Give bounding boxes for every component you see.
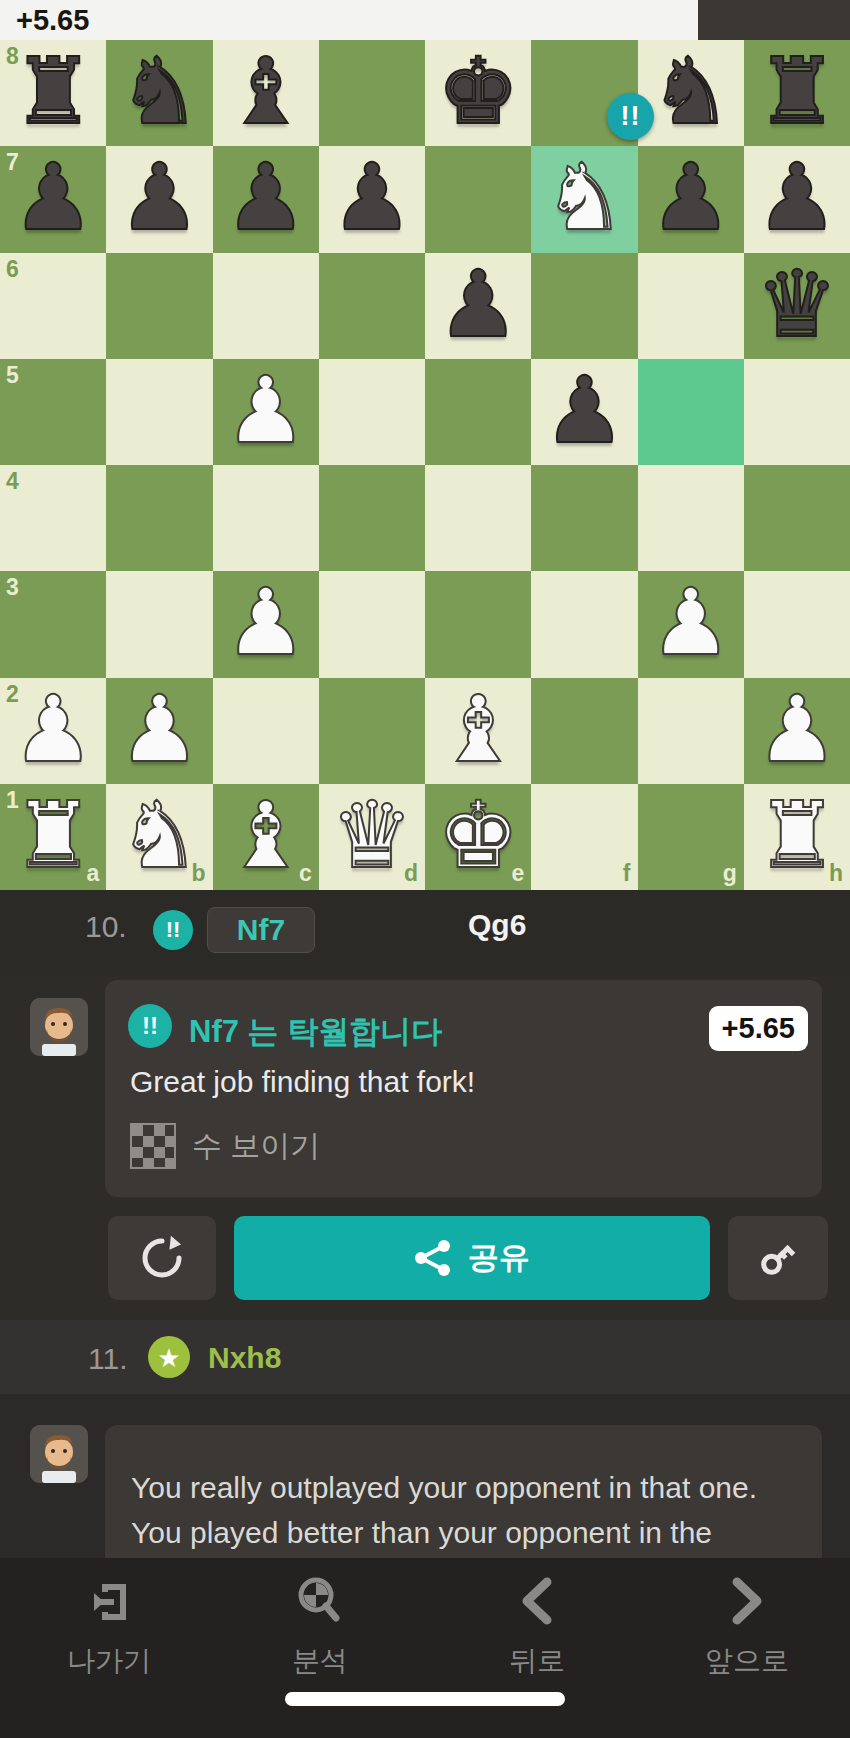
coach-avatar bbox=[30, 998, 88, 1056]
square-e7[interactable] bbox=[425, 146, 531, 252]
nav-back-button[interactable]: 뒤로 bbox=[457, 1570, 617, 1680]
coach-comment-text: Great job finding that fork! bbox=[130, 1065, 475, 1099]
black-pawn-f5[interactable]: ♟ bbox=[531, 359, 637, 465]
square-f7[interactable]: ♞ bbox=[531, 146, 637, 252]
brilliant-icon: !! bbox=[128, 1004, 172, 1048]
white-pawn-c3[interactable]: ♟ bbox=[213, 571, 319, 677]
square-a2[interactable]: 2♟ bbox=[0, 678, 106, 784]
brilliant-icon: !! bbox=[153, 910, 193, 950]
square-e2[interactable]: ♝ bbox=[425, 678, 531, 784]
rank-label-5: 5 bbox=[6, 362, 19, 389]
share-icon bbox=[414, 1239, 452, 1277]
bottom-navbar: 나가기 분석 뒤로 bbox=[0, 1558, 850, 1738]
black-queen-h6[interactable]: ♛ bbox=[744, 253, 850, 359]
black-pawn-d7[interactable]: ♟ bbox=[319, 146, 425, 252]
black-bishop-c8[interactable]: ♝ bbox=[213, 40, 319, 146]
file-label-g: g bbox=[723, 860, 737, 887]
move-number-10: 10. bbox=[85, 910, 127, 944]
rank-label-4: 4 bbox=[6, 468, 19, 495]
checkerboard-icon bbox=[130, 1123, 176, 1169]
analysis-icon bbox=[289, 1570, 351, 1632]
square-e4[interactable] bbox=[425, 465, 531, 571]
white-rook-a1[interactable]: ♜ bbox=[0, 784, 106, 890]
square-c7[interactable]: ♟ bbox=[213, 146, 319, 252]
share-label: 공유 bbox=[468, 1237, 530, 1279]
square-g6[interactable] bbox=[638, 253, 744, 359]
square-d5[interactable] bbox=[319, 359, 425, 465]
square-b6[interactable] bbox=[106, 253, 212, 359]
square-d8[interactable] bbox=[319, 40, 425, 146]
nav-analysis-button[interactable]: 분석 bbox=[240, 1570, 400, 1680]
black-king-e8[interactable]: ♚ bbox=[425, 40, 531, 146]
summary-section: You really outplayed your opponent in th… bbox=[0, 1394, 850, 1558]
square-h3[interactable] bbox=[744, 571, 850, 677]
square-d3[interactable] bbox=[319, 571, 425, 677]
square-a6[interactable]: 6 bbox=[0, 253, 106, 359]
square-e1[interactable]: e♚ bbox=[425, 784, 531, 890]
retry-button[interactable] bbox=[108, 1216, 216, 1300]
move-black-qg6[interactable]: Qg6 bbox=[468, 908, 526, 942]
square-g3[interactable]: ♟ bbox=[638, 571, 744, 677]
summary-card: You really outplayed your opponent in th… bbox=[105, 1425, 822, 1558]
key-icon bbox=[756, 1236, 800, 1280]
home-indicator[interactable] bbox=[285, 1692, 565, 1706]
square-h7[interactable]: ♟ bbox=[744, 146, 850, 252]
square-h4[interactable] bbox=[744, 465, 850, 571]
square-f5[interactable]: ♟ bbox=[531, 359, 637, 465]
rank-label-3: 3 bbox=[6, 574, 19, 601]
square-e8[interactable]: ♚ bbox=[425, 40, 531, 146]
square-c8[interactable]: ♝ bbox=[213, 40, 319, 146]
square-c5[interactable]: ♟ bbox=[213, 359, 319, 465]
square-c6[interactable] bbox=[213, 253, 319, 359]
square-e6[interactable]: ♟ bbox=[425, 253, 531, 359]
square-b2[interactable]: ♟ bbox=[106, 678, 212, 784]
square-a7[interactable]: 7♟ bbox=[0, 146, 106, 252]
file-label-f: f bbox=[623, 860, 631, 887]
rank-label-6: 6 bbox=[6, 256, 19, 283]
eval-score: +5.65 bbox=[0, 4, 89, 37]
white-bishop-e2[interactable]: ♝ bbox=[425, 678, 531, 784]
black-rook-a8[interactable]: ♜ bbox=[0, 40, 106, 146]
square-b8[interactable]: ♞ bbox=[106, 40, 212, 146]
move-row-11 bbox=[0, 1320, 850, 1394]
square-d6[interactable] bbox=[319, 253, 425, 359]
black-pawn-e6[interactable]: ♟ bbox=[425, 253, 531, 359]
back-icon bbox=[506, 1570, 568, 1632]
retry-icon bbox=[139, 1235, 185, 1281]
white-bishop-c1[interactable]: ♝ bbox=[213, 784, 319, 890]
white-pawn-a2[interactable]: ♟ bbox=[0, 678, 106, 784]
square-a4[interactable]: 4 bbox=[0, 465, 106, 571]
square-b3[interactable] bbox=[106, 571, 212, 677]
black-pawn-b7[interactable]: ♟ bbox=[106, 146, 212, 252]
square-h1[interactable]: h♜ bbox=[744, 784, 850, 890]
square-b1[interactable]: b♞ bbox=[106, 784, 212, 890]
white-pawn-g3[interactable]: ♟ bbox=[638, 571, 744, 677]
show-moves-label: 수 보이기 bbox=[192, 1126, 320, 1167]
square-g8[interactable]: ♞ bbox=[638, 40, 744, 146]
white-pawn-b2[interactable]: ♟ bbox=[106, 678, 212, 784]
move-number-11: 11. bbox=[88, 1342, 127, 1376]
coach-comment-section: !! Nf7 는 탁월합니다 +5.65 Great job finding t… bbox=[0, 976, 850, 1320]
white-queen-d1[interactable]: ♛ bbox=[319, 784, 425, 890]
black-pawn-g7[interactable]: ♟ bbox=[638, 146, 744, 252]
eval-badge: +5.65 bbox=[709, 1006, 808, 1051]
white-knight-b1[interactable]: ♞ bbox=[106, 784, 212, 890]
square-h6[interactable]: ♛ bbox=[744, 253, 850, 359]
move-white-nf7[interactable]: Nf7 bbox=[207, 907, 315, 953]
square-a8[interactable]: 8♜ bbox=[0, 40, 106, 146]
square-g7[interactable]: ♟ bbox=[638, 146, 744, 252]
move-white-nxh8[interactable]: Nxh8 bbox=[208, 1341, 281, 1375]
move-quality-headline: Nf7 는 탁월합니다 bbox=[189, 1011, 442, 1053]
nav-exit-button[interactable]: 나가기 bbox=[29, 1570, 189, 1680]
square-d2[interactable] bbox=[319, 678, 425, 784]
forward-icon bbox=[716, 1570, 778, 1632]
black-knight-g8[interactable]: ♞ bbox=[638, 40, 744, 146]
black-knight-b8[interactable]: ♞ bbox=[106, 40, 212, 146]
nav-forward-button[interactable]: 앞으로 bbox=[667, 1570, 827, 1680]
square-h8[interactable]: ♜ bbox=[744, 40, 850, 146]
square-e5[interactable] bbox=[425, 359, 531, 465]
black-pawn-c7[interactable]: ♟ bbox=[213, 146, 319, 252]
coach-avatar bbox=[30, 1425, 88, 1483]
square-b4[interactable] bbox=[106, 465, 212, 571]
square-c4[interactable] bbox=[213, 465, 319, 571]
share-button[interactable]: 공유 bbox=[234, 1216, 710, 1300]
square-d4[interactable] bbox=[319, 465, 425, 571]
brilliant-move-badge-icon: !! bbox=[607, 93, 654, 140]
square-a5[interactable]: 5 bbox=[0, 359, 106, 465]
square-g5[interactable] bbox=[638, 359, 744, 465]
square-d7[interactable]: ♟ bbox=[319, 146, 425, 252]
key-button[interactable] bbox=[728, 1216, 828, 1300]
square-d1[interactable]: d♛ bbox=[319, 784, 425, 890]
square-g4[interactable] bbox=[638, 465, 744, 571]
summary-text: You really outplayed your opponent in th… bbox=[131, 1465, 778, 1558]
square-c3[interactable]: ♟ bbox=[213, 571, 319, 677]
square-g2[interactable] bbox=[638, 678, 744, 784]
white-king-e1[interactable]: ♚ bbox=[425, 784, 531, 890]
black-rook-h8[interactable]: ♜ bbox=[744, 40, 850, 146]
square-b7[interactable]: ♟ bbox=[106, 146, 212, 252]
white-pawn-c5[interactable]: ♟ bbox=[213, 359, 319, 465]
square-f2[interactable] bbox=[531, 678, 637, 784]
square-h2[interactable]: ♟ bbox=[744, 678, 850, 784]
move-row-10 bbox=[0, 890, 850, 976]
square-f1[interactable]: f bbox=[531, 784, 637, 890]
coach-comment-card: !! Nf7 는 탁월합니다 +5.65 Great job finding t… bbox=[105, 980, 822, 1197]
square-b5[interactable] bbox=[106, 359, 212, 465]
chess-board[interactable]: 8♜♞♝♚♞♜7♟♟♟♟♞♟♟6♟♛5♟♟43♟♟2♟♟♝♟1a♜b♞c♝d♛e… bbox=[0, 40, 850, 890]
white-pawn-h2[interactable]: ♟ bbox=[744, 678, 850, 784]
black-pawn-a7[interactable]: ♟ bbox=[0, 146, 106, 252]
square-h5[interactable] bbox=[744, 359, 850, 465]
great-move-star-icon: ★ bbox=[148, 1336, 190, 1378]
show-moves-button[interactable]: 수 보이기 bbox=[130, 1122, 320, 1170]
eval-bar-white-side: +5.65 bbox=[0, 0, 698, 40]
square-c1[interactable]: c♝ bbox=[213, 784, 319, 890]
square-c2[interactable] bbox=[213, 678, 319, 784]
white-rook-h1[interactable]: ♜ bbox=[744, 784, 850, 890]
square-g1[interactable]: g bbox=[638, 784, 744, 890]
exit-icon bbox=[78, 1570, 140, 1632]
square-a3[interactable]: 3 bbox=[0, 571, 106, 677]
square-a1[interactable]: 1a♜ bbox=[0, 784, 106, 890]
app-screen: +5.65 8♜♞♝♚♞♜7♟♟♟♟♞♟♟6♟♛5♟♟43♟♟2♟♟♝♟1a♜b… bbox=[0, 0, 850, 1738]
eval-bar: +5.65 bbox=[0, 0, 850, 40]
square-f3[interactable] bbox=[531, 571, 637, 677]
black-pawn-h7[interactable]: ♟ bbox=[744, 146, 850, 252]
white-knight-f7[interactable]: ♞ bbox=[531, 146, 637, 252]
square-f6[interactable] bbox=[531, 253, 637, 359]
square-f4[interactable] bbox=[531, 465, 637, 571]
square-e3[interactable] bbox=[425, 571, 531, 677]
